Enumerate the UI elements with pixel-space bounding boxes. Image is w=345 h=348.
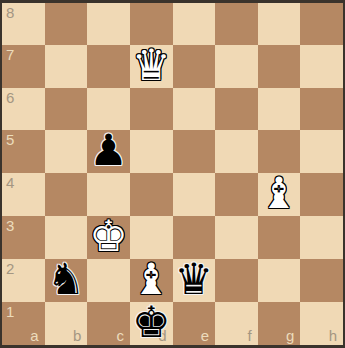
square-a8[interactable]: 8 (2, 3, 45, 45)
square-c5[interactable]: ♟ (87, 130, 130, 173)
white-bishop[interactable]: ♝ (260, 172, 299, 215)
square-b3[interactable] (45, 216, 88, 259)
square-g4[interactable]: ♝ (258, 173, 301, 216)
square-c6[interactable] (87, 88, 130, 130)
file-label-c: c (116, 328, 124, 343)
white-queen[interactable]: ♛ (132, 44, 171, 87)
square-f7[interactable] (215, 45, 258, 88)
square-g6[interactable] (258, 88, 301, 130)
square-d5[interactable] (130, 130, 173, 173)
square-d7[interactable]: ♛ (130, 45, 173, 88)
square-a1[interactable]: 1a (2, 302, 45, 345)
square-f3[interactable] (215, 216, 258, 259)
square-g7[interactable] (258, 45, 301, 88)
square-c2[interactable] (87, 259, 130, 302)
file-label-f: f (248, 328, 252, 343)
square-h4[interactable] (300, 173, 343, 216)
square-b5[interactable] (45, 130, 88, 173)
square-d6[interactable] (130, 88, 173, 130)
square-c1[interactable]: c (87, 302, 130, 345)
rank-label-5: 5 (6, 132, 14, 147)
square-b2[interactable]: ♞ (45, 259, 88, 302)
square-e1[interactable]: e (173, 302, 216, 345)
black-queen[interactable]: ♛ (175, 258, 214, 301)
square-a2[interactable]: 2 (2, 259, 45, 302)
square-b1[interactable]: b (45, 302, 88, 345)
square-g3[interactable] (258, 216, 301, 259)
square-h8[interactable] (300, 3, 343, 45)
square-g8[interactable] (258, 3, 301, 45)
square-b6[interactable] (45, 88, 88, 130)
rank-label-4: 4 (6, 175, 14, 190)
square-g1[interactable]: g (258, 302, 301, 345)
square-h2[interactable] (300, 259, 343, 302)
board-frame: 87♛65♟4♝3♚2♞♝♛1abcd♚efgh (0, 0, 345, 348)
chess-board[interactable]: 87♛65♟4♝3♚2♞♝♛1abcd♚efgh (2, 3, 343, 345)
rank-label-3: 3 (6, 218, 14, 233)
square-a4[interactable]: 4 (2, 173, 45, 216)
square-h6[interactable] (300, 88, 343, 130)
black-knight[interactable]: ♞ (47, 258, 86, 301)
black-pawn[interactable]: ♟ (89, 129, 128, 172)
square-g5[interactable] (258, 130, 301, 173)
square-e6[interactable] (173, 88, 216, 130)
file-label-h: h (329, 328, 337, 343)
rank-label-7: 7 (6, 47, 14, 62)
square-c4[interactable] (87, 173, 130, 216)
square-a7[interactable]: 7 (2, 45, 45, 88)
square-a3[interactable]: 3 (2, 216, 45, 259)
square-f6[interactable] (215, 88, 258, 130)
square-b8[interactable] (45, 3, 88, 45)
file-label-e: e (201, 328, 209, 343)
square-f2[interactable] (215, 259, 258, 302)
square-b4[interactable] (45, 173, 88, 216)
white-bishop[interactable]: ♝ (132, 258, 171, 301)
white-king[interactable]: ♚ (89, 215, 128, 258)
file-label-b: b (73, 328, 81, 343)
square-e8[interactable] (173, 3, 216, 45)
square-e7[interactable] (173, 45, 216, 88)
square-a6[interactable]: 6 (2, 88, 45, 130)
square-c8[interactable] (87, 3, 130, 45)
square-d2[interactable]: ♝ (130, 259, 173, 302)
square-f4[interactable] (215, 173, 258, 216)
square-c7[interactable] (87, 45, 130, 88)
square-d4[interactable] (130, 173, 173, 216)
square-h3[interactable] (300, 216, 343, 259)
square-e2[interactable]: ♛ (173, 259, 216, 302)
rank-label-8: 8 (6, 5, 14, 20)
square-d8[interactable] (130, 3, 173, 45)
file-label-a: a (30, 328, 38, 343)
square-f8[interactable] (215, 3, 258, 45)
square-h5[interactable] (300, 130, 343, 173)
square-h1[interactable]: h (300, 302, 343, 345)
rank-label-1: 1 (6, 304, 14, 319)
rank-label-2: 2 (6, 261, 14, 276)
square-a5[interactable]: 5 (2, 130, 45, 173)
square-e4[interactable] (173, 173, 216, 216)
square-g2[interactable] (258, 259, 301, 302)
square-e3[interactable] (173, 216, 216, 259)
square-e5[interactable] (173, 130, 216, 173)
square-f5[interactable] (215, 130, 258, 173)
square-d1[interactable]: d♚ (130, 302, 173, 345)
square-d3[interactable] (130, 216, 173, 259)
square-h7[interactable] (300, 45, 343, 88)
square-f1[interactable]: f (215, 302, 258, 345)
square-c3[interactable]: ♚ (87, 216, 130, 259)
rank-label-6: 6 (6, 90, 14, 105)
file-label-g: g (286, 328, 294, 343)
square-b7[interactable] (45, 45, 88, 88)
black-king[interactable]: ♚ (132, 301, 171, 344)
